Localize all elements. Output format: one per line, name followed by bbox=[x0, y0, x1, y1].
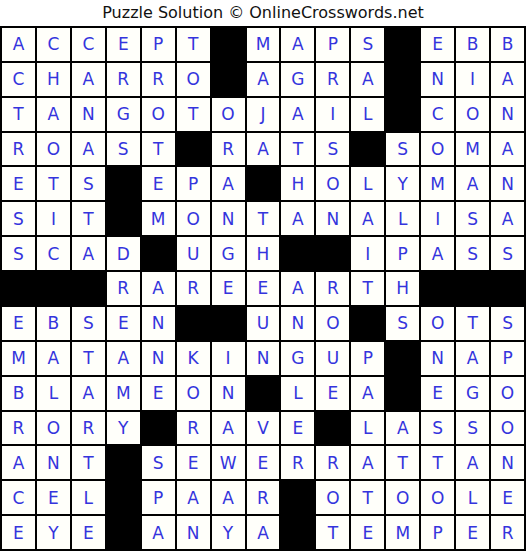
black-cell-r2c12 bbox=[386, 63, 419, 96]
grid-cell-r11c2[interactable]: L bbox=[37, 377, 70, 410]
grid-cell-r5c12[interactable]: Y bbox=[386, 167, 419, 200]
black-cell-r13c4 bbox=[107, 446, 140, 479]
grid-cell-r6c3[interactable]: T bbox=[72, 202, 105, 235]
grid-cell-r9c4[interactable]: E bbox=[107, 307, 140, 340]
black-cell-r7c10 bbox=[316, 237, 349, 270]
grid-cell-r10c13[interactable]: N bbox=[421, 342, 454, 375]
black-cell-r8c3 bbox=[72, 272, 105, 305]
grid-cell-r3c10[interactable]: I bbox=[316, 98, 349, 131]
grid-cell-r13c2[interactable]: N bbox=[37, 446, 70, 479]
grid-cell-r11c4[interactable]: M bbox=[107, 377, 140, 410]
grid-cell-r6c10[interactable]: N bbox=[316, 202, 349, 235]
grid-cell-r7c3[interactable]: A bbox=[72, 237, 105, 270]
grid-cell-r11c6[interactable]: O bbox=[177, 377, 210, 410]
grid-cell-r1c4[interactable]: E bbox=[107, 28, 140, 61]
black-cell-r4c11 bbox=[351, 133, 384, 166]
grid-cell-r2c11[interactable]: A bbox=[351, 63, 384, 96]
grid-cell-r10c4[interactable]: A bbox=[107, 342, 140, 375]
grid-cell-r12c14[interactable]: S bbox=[456, 412, 489, 445]
grid-cell-r1c9[interactable]: A bbox=[281, 28, 314, 61]
grid-cell-r12c6[interactable]: R bbox=[177, 412, 210, 445]
black-cell-r3c12 bbox=[386, 98, 419, 131]
black-cell-r14c9 bbox=[281, 481, 314, 514]
grid-cell-r2c14[interactable]: I bbox=[456, 63, 489, 96]
black-cell-r8c1 bbox=[2, 272, 35, 305]
grid-cell-r4c3[interactable]: A bbox=[72, 133, 105, 166]
grid-cell-r15c11[interactable]: E bbox=[351, 516, 384, 549]
grid-cell-r10c15[interactable]: P bbox=[491, 342, 524, 375]
grid-cell-r4c7[interactable]: R bbox=[212, 133, 245, 166]
grid-cell-r13c8[interactable]: E bbox=[247, 446, 280, 479]
grid-cell-r15c8[interactable]: A bbox=[247, 516, 280, 549]
grid-cell-r3c8[interactable]: J bbox=[247, 98, 280, 131]
grid-cell-r13c13[interactable]: T bbox=[421, 446, 454, 479]
grid-cell-r3c4[interactable]: G bbox=[107, 98, 140, 131]
grid-cell-r13c7[interactable]: W bbox=[212, 446, 245, 479]
grid-cell-r13c3[interactable]: T bbox=[72, 446, 105, 479]
grid-cell-r12c9[interactable]: E bbox=[281, 412, 314, 445]
black-cell-r9c11 bbox=[351, 307, 384, 340]
grid-cell-r7c14[interactable]: S bbox=[456, 237, 489, 270]
grid-cell-r14c6[interactable]: A bbox=[177, 481, 210, 514]
grid-cell-r7c11[interactable]: I bbox=[351, 237, 384, 270]
grid-cell-r4c9[interactable]: T bbox=[281, 133, 314, 166]
grid-cell-r10c3[interactable]: T bbox=[72, 342, 105, 375]
grid-cell-r7c12[interactable]: P bbox=[386, 237, 419, 270]
grid-cell-r6c5[interactable]: M bbox=[142, 202, 175, 235]
grid-cell-r2c8[interactable]: A bbox=[247, 63, 280, 96]
grid-cell-r11c13[interactable]: E bbox=[421, 377, 454, 410]
black-cell-r5c8 bbox=[247, 167, 280, 200]
grid-cell-r10c2[interactable]: A bbox=[37, 342, 70, 375]
black-cell-r8c2 bbox=[37, 272, 70, 305]
black-cell-r5c4 bbox=[107, 167, 140, 200]
black-cell-r9c7 bbox=[212, 307, 245, 340]
grid-cell-r9c5[interactable]: N bbox=[142, 307, 175, 340]
grid-cell-r2c15[interactable]: A bbox=[491, 63, 524, 96]
grid-cell-r6c8[interactable]: T bbox=[247, 202, 280, 235]
grid-cell-r6c15[interactable]: A bbox=[491, 202, 524, 235]
grid-cell-r11c15[interactable]: O bbox=[491, 377, 524, 410]
grid-cell-r4c8[interactable]: A bbox=[247, 133, 280, 166]
grid-cell-r5c2[interactable]: T bbox=[37, 167, 70, 200]
grid-cell-r1c14[interactable]: B bbox=[456, 28, 489, 61]
black-cell-r8c13 bbox=[421, 272, 454, 305]
grid-cell-r8c7[interactable]: E bbox=[212, 272, 245, 305]
grid-cell-r9c3[interactable]: S bbox=[72, 307, 105, 340]
grid-cell-r3c1[interactable]: T bbox=[2, 98, 35, 131]
grid-cell-r1c10[interactable]: P bbox=[316, 28, 349, 61]
black-cell-r2c7 bbox=[212, 63, 245, 96]
grid-cell-r11c10[interactable]: E bbox=[316, 377, 349, 410]
grid-cell-r2c1[interactable]: C bbox=[2, 63, 35, 96]
grid-cell-r1c8[interactable]: M bbox=[247, 28, 280, 61]
grid-cell-r15c14[interactable]: E bbox=[456, 516, 489, 549]
grid-cell-r14c5[interactable]: P bbox=[142, 481, 175, 514]
grid-cell-r1c2[interactable]: C bbox=[37, 28, 70, 61]
grid-cell-r5c11[interactable]: L bbox=[351, 167, 384, 200]
grid-cell-r9c9[interactable]: N bbox=[281, 307, 314, 340]
grid-cell-r15c10[interactable]: T bbox=[316, 516, 349, 549]
grid-cell-r14c12[interactable]: O bbox=[386, 481, 419, 514]
grid-cell-r1c11[interactable]: S bbox=[351, 28, 384, 61]
grid-cell-r6c6[interactable]: O bbox=[177, 202, 210, 235]
grid-cell-r4c12[interactable]: S bbox=[386, 133, 419, 166]
grid-cell-r3c11[interactable]: L bbox=[351, 98, 384, 131]
grid-cell-r12c15[interactable]: O bbox=[491, 412, 524, 445]
black-cell-r8c14 bbox=[456, 272, 489, 305]
grid-cell-r2c10[interactable]: R bbox=[316, 63, 349, 96]
grid-cell-r6c7[interactable]: N bbox=[212, 202, 245, 235]
grid-cell-r14c7[interactable]: A bbox=[212, 481, 245, 514]
grid-cell-r3c2[interactable]: A bbox=[37, 98, 70, 131]
grid-cell-r1c15[interactable]: B bbox=[491, 28, 524, 61]
grid-cell-r8c12[interactable]: H bbox=[386, 272, 419, 305]
grid-cell-r4c2[interactable]: O bbox=[37, 133, 70, 166]
grid-cell-r11c9[interactable]: L bbox=[281, 377, 314, 410]
grid-cell-r5c9[interactable]: H bbox=[281, 167, 314, 200]
black-cell-r4c6 bbox=[177, 133, 210, 166]
black-cell-r12c10 bbox=[316, 412, 349, 445]
grid-cell-r13c14[interactable]: A bbox=[456, 446, 489, 479]
grid-cell-r2c5[interactable]: R bbox=[142, 63, 175, 96]
grid-cell-r7c4[interactable]: D bbox=[107, 237, 140, 270]
grid-cell-r15c1[interactable]: E bbox=[2, 516, 35, 549]
grid-cell-r12c2[interactable]: O bbox=[37, 412, 70, 445]
grid-cell-r9c14[interactable]: T bbox=[456, 307, 489, 340]
grid-cell-r13c5[interactable]: S bbox=[142, 446, 175, 479]
grid-cell-r4c5[interactable]: T bbox=[142, 133, 175, 166]
grid-cell-r2c3[interactable]: A bbox=[72, 63, 105, 96]
black-cell-r8c15 bbox=[491, 272, 524, 305]
grid-cell-r9c15[interactable]: S bbox=[491, 307, 524, 340]
grid-cell-r1c6[interactable]: T bbox=[177, 28, 210, 61]
grid-cell-r10c7[interactable]: I bbox=[212, 342, 245, 375]
grid-cell-r13c15[interactable]: N bbox=[491, 446, 524, 479]
grid-cell-r4c1[interactable]: R bbox=[2, 133, 35, 166]
grid-cell-r3c13[interactable]: C bbox=[421, 98, 454, 131]
grid-cell-r13c11[interactable]: A bbox=[351, 446, 384, 479]
grid-cell-r9c8[interactable]: U bbox=[247, 307, 280, 340]
grid-cell-r1c13[interactable]: E bbox=[421, 28, 454, 61]
grid-cell-r6c2[interactable]: I bbox=[37, 202, 70, 235]
grid-cell-r2c6[interactable]: O bbox=[177, 63, 210, 96]
grid-cell-r5c1[interactable]: E bbox=[2, 167, 35, 200]
grid-cell-r9c10[interactable]: O bbox=[316, 307, 349, 340]
grid-cell-r8c10[interactable]: R bbox=[316, 272, 349, 305]
grid-cell-r13c9[interactable]: R bbox=[281, 446, 314, 479]
grid-cell-r11c1[interactable]: B bbox=[2, 377, 35, 410]
grid-cell-r15c5[interactable]: A bbox=[142, 516, 175, 549]
grid-cell-r14c3[interactable]: L bbox=[72, 481, 105, 514]
grid-cell-r1c1[interactable]: A bbox=[2, 28, 35, 61]
grid-cell-r6c9[interactable]: A bbox=[281, 202, 314, 235]
grid-cell-r10c9[interactable]: G bbox=[281, 342, 314, 375]
grid-cell-r15c12[interactable]: M bbox=[386, 516, 419, 549]
grid-cell-r5c13[interactable]: M bbox=[421, 167, 454, 200]
black-cell-r14c4 bbox=[107, 481, 140, 514]
grid-cell-r11c7[interactable]: N bbox=[212, 377, 245, 410]
grid-cell-r10c6[interactable]: K bbox=[177, 342, 210, 375]
grid-cell-r9c12[interactable]: S bbox=[386, 307, 419, 340]
grid-cell-r3c14[interactable]: O bbox=[456, 98, 489, 131]
grid-cell-r6c11[interactable]: A bbox=[351, 202, 384, 235]
grid-cell-r6c12[interactable]: L bbox=[386, 202, 419, 235]
grid-cell-r14c14[interactable]: L bbox=[456, 481, 489, 514]
grid-cell-r11c5[interactable]: E bbox=[142, 377, 175, 410]
black-cell-r7c9 bbox=[281, 237, 314, 270]
grid-cell-r10c14[interactable]: A bbox=[456, 342, 489, 375]
grid-cell-r12c7[interactable]: A bbox=[212, 412, 245, 445]
grid-cell-r12c8[interactable]: V bbox=[247, 412, 280, 445]
grid-cell-r15c15[interactable]: R bbox=[491, 516, 524, 549]
grid-cell-r5c15[interactable]: N bbox=[491, 167, 524, 200]
black-cell-r1c7 bbox=[212, 28, 245, 61]
grid-cell-r14c15[interactable]: E bbox=[491, 481, 524, 514]
grid-cell-r15c7[interactable]: Y bbox=[212, 516, 245, 549]
grid-cell-r10c1[interactable]: M bbox=[2, 342, 35, 375]
grid-cell-r13c12[interactable]: T bbox=[386, 446, 419, 479]
grid-cell-r5c5[interactable]: E bbox=[142, 167, 175, 200]
grid-cell-r15c2[interactable]: Y bbox=[37, 516, 70, 549]
grid-cell-r9c2[interactable]: B bbox=[37, 307, 70, 340]
grid-cell-r2c13[interactable]: N bbox=[421, 63, 454, 96]
grid-cell-r6c13[interactable]: I bbox=[421, 202, 454, 235]
grid-cell-r14c10[interactable]: O bbox=[316, 481, 349, 514]
grid-cell-r15c13[interactable]: P bbox=[421, 516, 454, 549]
grid-cell-r2c4[interactable]: R bbox=[107, 63, 140, 96]
grid-cell-r15c3[interactable]: E bbox=[72, 516, 105, 549]
grid-cell-r14c2[interactable]: E bbox=[37, 481, 70, 514]
grid-cell-r5c3[interactable]: S bbox=[72, 167, 105, 200]
grid-cell-r8c11[interactable]: T bbox=[351, 272, 384, 305]
grid-cell-r14c11[interactable]: T bbox=[351, 481, 384, 514]
grid-cell-r5c14[interactable]: A bbox=[456, 167, 489, 200]
grid-cell-r6c1[interactable]: S bbox=[2, 202, 35, 235]
grid-cell-r2c2[interactable]: H bbox=[37, 63, 70, 96]
grid-cell-r7c7[interactable]: G bbox=[212, 237, 245, 270]
grid-cell-r7c1[interactable]: S bbox=[2, 237, 35, 270]
grid-cell-r4c4[interactable]: S bbox=[107, 133, 140, 166]
crossword-grid: ACCEPTMAPSEBBCHARROAGRANIATANGOTOJAILCON… bbox=[0, 26, 526, 551]
grid-cell-r12c12[interactable]: A bbox=[386, 412, 419, 445]
grid-cell-r8c4[interactable]: R bbox=[107, 272, 140, 305]
page-title: Puzzle Solution © OnlineCrosswords.net bbox=[0, 0, 526, 26]
grid-cell-r3c6[interactable]: T bbox=[177, 98, 210, 131]
grid-cell-r10c10[interactable]: U bbox=[316, 342, 349, 375]
grid-cell-r14c1[interactable]: C bbox=[2, 481, 35, 514]
black-cell-r1c12 bbox=[386, 28, 419, 61]
grid-cell-r3c3[interactable]: N bbox=[72, 98, 105, 131]
grid-cell-r12c4[interactable]: Y bbox=[107, 412, 140, 445]
grid-cell-r12c1[interactable]: R bbox=[2, 412, 35, 445]
grid-cell-r10c5[interactable]: N bbox=[142, 342, 175, 375]
grid-cell-r2c9[interactable]: G bbox=[281, 63, 314, 96]
grid-cell-r5c6[interactable]: P bbox=[177, 167, 210, 200]
grid-cell-r13c10[interactable]: R bbox=[316, 446, 349, 479]
grid-cell-r12c13[interactable]: S bbox=[421, 412, 454, 445]
grid-cell-r7c13[interactable]: A bbox=[421, 237, 454, 270]
black-cell-r7c5 bbox=[142, 237, 175, 270]
grid-cell-r13c6[interactable]: E bbox=[177, 446, 210, 479]
grid-cell-r10c8[interactable]: N bbox=[247, 342, 280, 375]
grid-cell-r11c11[interactable]: A bbox=[351, 377, 384, 410]
black-cell-r11c12 bbox=[386, 377, 419, 410]
grid-cell-r8c5[interactable]: A bbox=[142, 272, 175, 305]
grid-cell-r7c15[interactable]: S bbox=[491, 237, 524, 270]
grid-cell-r6c14[interactable]: S bbox=[456, 202, 489, 235]
black-cell-r10c12 bbox=[386, 342, 419, 375]
black-cell-r15c4 bbox=[107, 516, 140, 549]
grid-cell-r7c2[interactable]: C bbox=[37, 237, 70, 270]
grid-cell-r9c1[interactable]: E bbox=[2, 307, 35, 340]
grid-cell-r8c8[interactable]: E bbox=[247, 272, 280, 305]
grid-cell-r4c13[interactable]: O bbox=[421, 133, 454, 166]
black-cell-r15c9 bbox=[281, 516, 314, 549]
black-cell-r6c4 bbox=[107, 202, 140, 235]
black-cell-r9c6 bbox=[177, 307, 210, 340]
grid-cell-r3c5[interactable]: O bbox=[142, 98, 175, 131]
grid-cell-r12c3[interactable]: R bbox=[72, 412, 105, 445]
crossword-solution-page: Puzzle Solution © OnlineCrosswords.net A… bbox=[0, 0, 526, 551]
grid-cell-r1c3[interactable]: C bbox=[72, 28, 105, 61]
grid-cell-r3c7[interactable]: O bbox=[212, 98, 245, 131]
grid-cell-r15c6[interactable]: N bbox=[177, 516, 210, 549]
grid-cell-r10c11[interactable]: P bbox=[351, 342, 384, 375]
grid-cell-r5c7[interactable]: A bbox=[212, 167, 245, 200]
grid-cell-r4c15[interactable]: A bbox=[491, 133, 524, 166]
grid-cell-r8c6[interactable]: R bbox=[177, 272, 210, 305]
black-cell-r12c5 bbox=[142, 412, 175, 445]
grid-cell-r11c3[interactable]: A bbox=[72, 377, 105, 410]
grid-cell-r7c8[interactable]: H bbox=[247, 237, 280, 270]
grid-cell-r5c10[interactable]: O bbox=[316, 167, 349, 200]
grid-cell-r12c11[interactable]: L bbox=[351, 412, 384, 445]
grid-cell-r1c5[interactable]: P bbox=[142, 28, 175, 61]
black-cell-r11c8 bbox=[247, 377, 280, 410]
grid-cell-r13c1[interactable]: A bbox=[2, 446, 35, 479]
grid-cell-r14c13[interactable]: O bbox=[421, 481, 454, 514]
grid-cell-r3c15[interactable]: N bbox=[491, 98, 524, 131]
grid-cell-r8c9[interactable]: A bbox=[281, 272, 314, 305]
grid-cell-r4c10[interactable]: S bbox=[316, 133, 349, 166]
grid-cell-r14c8[interactable]: R bbox=[247, 481, 280, 514]
grid-cell-r9c13[interactable]: O bbox=[421, 307, 454, 340]
grid-cell-r3c9[interactable]: A bbox=[281, 98, 314, 131]
grid-cell-r11c14[interactable]: G bbox=[456, 377, 489, 410]
grid-cell-r4c14[interactable]: M bbox=[456, 133, 489, 166]
grid-cell-r7c6[interactable]: U bbox=[177, 237, 210, 270]
